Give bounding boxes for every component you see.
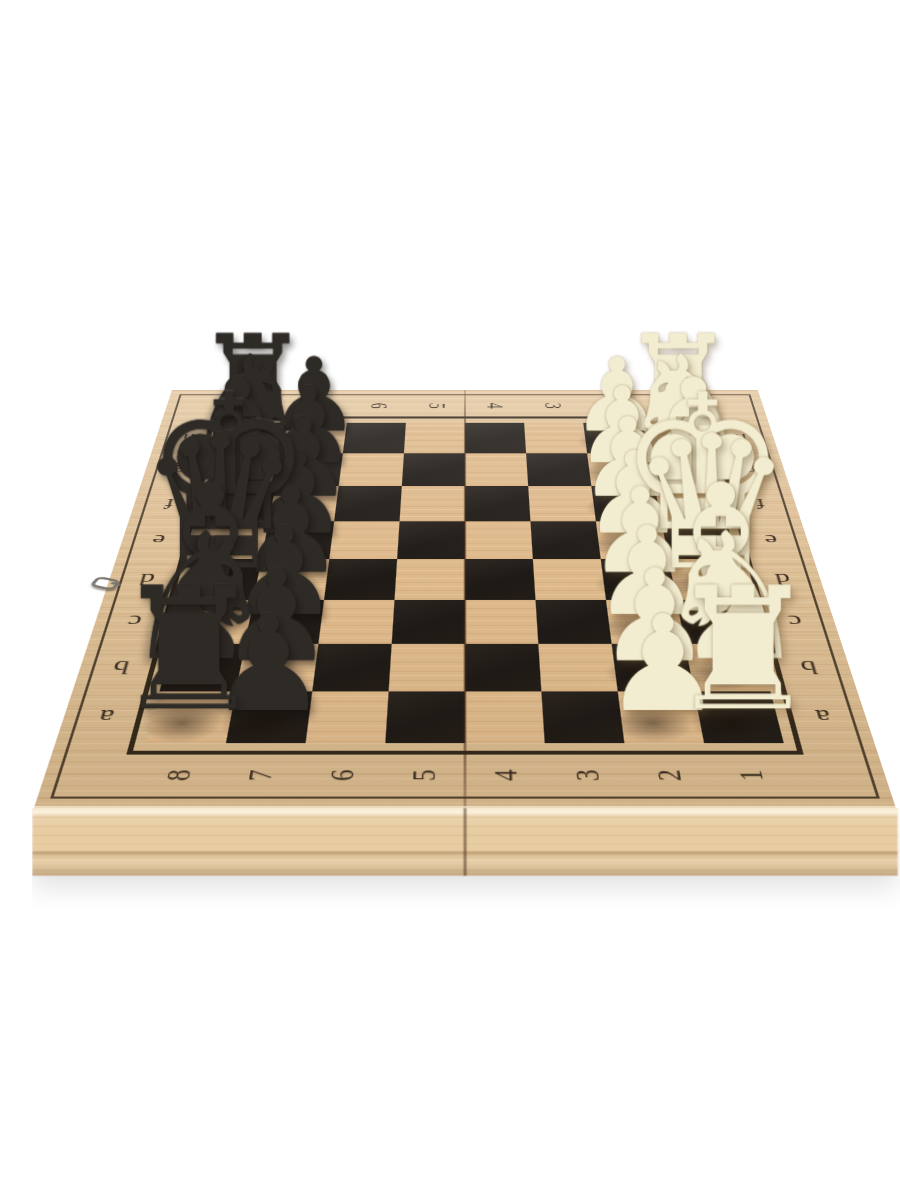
rank-label-far-3: 3 [536,392,569,421]
rank-label-far-5: 5 [420,392,451,421]
rank-label-near-1: 1 [724,747,780,804]
piece-white-rook-a1: ♜ [694,691,784,743]
black-rook-icon: ♜ [112,565,264,734]
rank-label-near-4: 4 [484,747,529,804]
board-front-edge [32,808,897,876]
rank-label-near-6: 6 [318,747,367,804]
rank-label-near-7: 7 [234,747,286,804]
rank-label-near-2: 2 [644,747,696,804]
pieces-layer: ♜♟♟♜♞♟♟♞♝♟♟♝♚♟♟♚♛♟♟♛♝♟♟♝♞♟♟♞♜♟♟♜ [146,423,784,743]
rank-label-near-5: 5 [401,747,446,804]
chess-board: 8877665544332211aabbccddeeffgghh ♜♟♟♜♞♟♟… [34,390,896,808]
rank-label-near-3: 3 [564,747,613,804]
fold-seam-front [464,808,467,876]
white-rook-icon: ♜ [666,565,818,734]
rank-label-far-6: 6 [361,392,394,421]
product-photo: 8877665544332211aabbccddeeffgghh ♜♟♟♜♞♟♟… [0,0,900,1200]
rank-label-far-4: 4 [479,392,510,421]
photo-scene: 8877665544332211aabbccddeeffgghh ♜♟♟♜♞♟♟… [0,0,900,1200]
rank-label-near-8: 8 [150,747,206,804]
